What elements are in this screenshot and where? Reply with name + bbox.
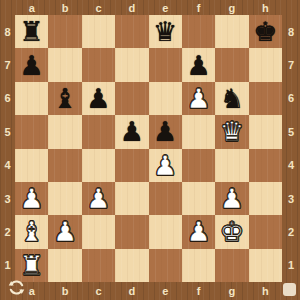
square-h7[interactable] [249,48,282,81]
piece-black-pawn[interactable]: ♟ [20,52,44,79]
piece-white-queen[interactable]: ♛ [220,118,244,145]
square-g1[interactable] [215,249,248,282]
square-f5[interactable] [182,115,215,148]
square-a7[interactable]: ♟ [15,48,48,81]
piece-black-pawn[interactable]: ♟ [186,52,210,79]
square-h6[interactable] [249,82,282,115]
square-d8[interactable] [115,15,148,48]
piece-black-queen[interactable]: ♛ [153,18,177,45]
square-d6[interactable] [115,82,148,115]
rank-label-left-4: 4 [0,149,15,182]
board: ♜♛♚♟♟♝♟♟♞♟♟♛♟♟♟♟♝♟♟♚♜ [15,15,282,282]
file-label-top-g: g [215,0,248,15]
piece-white-rook[interactable]: ♜ [20,252,44,279]
square-h3[interactable] [249,182,282,215]
piece-black-rook[interactable]: ♜ [20,18,44,45]
file-label-top-b: b [48,0,81,15]
rank-label-right-7: 7 [282,48,300,81]
piece-black-pawn[interactable]: ♟ [120,118,144,145]
square-d1[interactable] [115,249,148,282]
square-f1[interactable] [182,249,215,282]
square-h4[interactable] [249,149,282,182]
square-a5[interactable] [15,115,48,148]
piece-white-pawn[interactable]: ♟ [20,185,44,212]
file-label-top-f: f [182,0,215,15]
piece-white-king[interactable]: ♚ [220,218,244,245]
rank-label-left-5: 5 [0,115,15,148]
square-e5[interactable]: ♟ [149,115,182,148]
file-label-top-c: c [82,0,115,15]
rank-label-right-5: 5 [282,115,300,148]
rank-label-left-7: 7 [0,48,15,81]
square-f2[interactable]: ♟ [182,215,215,248]
square-a6[interactable] [15,82,48,115]
square-b2[interactable]: ♟ [48,215,81,248]
file-label-bottom-e: e [149,282,182,300]
square-c6[interactable]: ♟ [82,82,115,115]
flip-board-button[interactable] [6,278,26,297]
square-b6[interactable]: ♝ [48,82,81,115]
square-c7[interactable] [82,48,115,81]
piece-black-bishop[interactable]: ♝ [53,85,77,112]
rank-label-right-3: 3 [282,182,300,215]
file-label-bottom-b: b [48,282,81,300]
square-g8[interactable] [215,15,248,48]
square-g7[interactable] [215,48,248,81]
piece-white-pawn[interactable]: ♟ [186,218,210,245]
square-e3[interactable] [149,182,182,215]
square-d2[interactable] [115,215,148,248]
file-label-top-e: e [149,0,182,15]
square-b1[interactable] [48,249,81,282]
rank-label-left-6: 6 [0,82,15,115]
square-d7[interactable] [115,48,148,81]
square-e1[interactable] [149,249,182,282]
rank-labels-right: 87654321 [282,15,300,282]
square-f3[interactable] [182,182,215,215]
square-a2[interactable]: ♝ [15,215,48,248]
square-h1[interactable] [249,249,282,282]
square-e8[interactable]: ♛ [149,15,182,48]
rank-label-left-3: 3 [0,182,15,215]
piece-white-bishop[interactable]: ♝ [20,218,44,245]
square-b8[interactable] [48,15,81,48]
square-h2[interactable] [249,215,282,248]
square-d5[interactable]: ♟ [115,115,148,148]
square-b4[interactable] [48,149,81,182]
file-label-bottom-f: f [182,282,215,300]
piece-white-pawn[interactable]: ♟ [86,185,110,212]
square-c5[interactable] [82,115,115,148]
square-g2[interactable]: ♚ [215,215,248,248]
chess-board-widget: abcdefgh abcdefgh 87654321 87654321 ♜♛♚♟… [0,0,300,300]
rank-label-left-2: 2 [0,215,15,248]
square-a8[interactable]: ♜ [15,15,48,48]
square-a1[interactable]: ♜ [15,249,48,282]
square-g3[interactable]: ♟ [215,182,248,215]
piece-white-pawn[interactable]: ♟ [220,185,244,212]
file-label-top-h: h [249,0,282,15]
piece-black-pawn[interactable]: ♟ [86,85,110,112]
piece-black-knight[interactable]: ♞ [220,85,244,112]
file-label-top-a: a [15,0,48,15]
square-f6[interactable]: ♟ [182,82,215,115]
flip-board-icon [7,278,26,297]
file-labels-top: abcdefgh [15,0,282,15]
square-a3[interactable]: ♟ [15,182,48,215]
rank-label-right-1: 1 [282,249,300,282]
square-f8[interactable] [182,15,215,48]
rank-label-left-1: 1 [0,249,15,282]
square-e4[interactable]: ♟ [149,149,182,182]
rank-label-right-6: 6 [282,82,300,115]
square-a4[interactable] [15,149,48,182]
rank-label-right-8: 8 [282,15,300,48]
square-h5[interactable] [249,115,282,148]
square-h8[interactable]: ♚ [249,15,282,48]
piece-white-pawn[interactable]: ♟ [186,85,210,112]
rank-labels-left: 87654321 [0,15,15,282]
square-c2[interactable] [82,215,115,248]
square-g5[interactable]: ♛ [215,115,248,148]
square-g6[interactable]: ♞ [215,82,248,115]
square-e2[interactable] [149,215,182,248]
square-b3[interactable] [48,182,81,215]
square-e6[interactable] [149,82,182,115]
piece-black-pawn[interactable]: ♟ [153,118,177,145]
rank-label-right-2: 2 [282,215,300,248]
square-f7[interactable]: ♟ [182,48,215,81]
file-label-top-d: d [115,0,148,15]
file-label-bottom-c: c [82,282,115,300]
file-labels-bottom: abcdefgh [15,282,282,300]
file-label-bottom-h: h [249,282,282,300]
board-resize-icon[interactable] [283,283,296,296]
file-label-bottom-d: d [115,282,148,300]
rank-label-left-8: 8 [0,15,15,48]
square-c4[interactable] [82,149,115,182]
square-c1[interactable] [82,249,115,282]
square-b5[interactable] [48,115,81,148]
square-g4[interactable] [215,149,248,182]
piece-white-pawn[interactable]: ♟ [53,218,77,245]
square-b7[interactable] [48,48,81,81]
rank-label-right-4: 4 [282,149,300,182]
file-label-bottom-g: g [215,282,248,300]
piece-black-king[interactable]: ♚ [253,18,277,45]
square-d4[interactable] [115,149,148,182]
square-c3[interactable]: ♟ [82,182,115,215]
square-c8[interactable] [82,15,115,48]
square-d3[interactable] [115,182,148,215]
piece-white-pawn[interactable]: ♟ [153,152,177,179]
square-f4[interactable] [182,149,215,182]
square-e7[interactable] [149,48,182,81]
